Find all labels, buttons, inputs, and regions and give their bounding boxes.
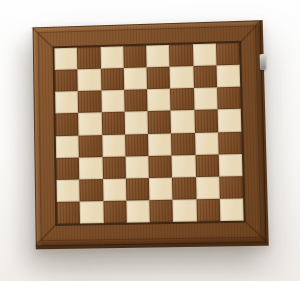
square-b8 (77, 47, 100, 69)
square-g7 (193, 65, 217, 88)
square-a8 (54, 48, 77, 70)
square-c7 (101, 68, 124, 91)
square-f5 (171, 110, 195, 133)
square-a1 (57, 201, 80, 224)
square-c2 (103, 178, 127, 201)
square-d7 (124, 67, 148, 90)
square-h8 (216, 43, 240, 66)
square-b1 (80, 201, 103, 224)
square-b3 (79, 157, 102, 180)
square-a2 (56, 179, 79, 202)
square-c6 (101, 90, 124, 113)
square-a7 (55, 69, 78, 91)
square-e3 (148, 155, 172, 178)
square-f7 (170, 66, 194, 89)
square-g6 (193, 88, 217, 111)
square-e4 (148, 133, 172, 156)
product-photo-scene (0, 0, 300, 281)
square-f2 (172, 177, 196, 200)
square-g4 (195, 132, 219, 155)
chess-board (33, 20, 269, 249)
square-e1 (149, 200, 173, 223)
board-grid (52, 41, 245, 226)
square-d6 (124, 89, 148, 112)
board-frame (33, 20, 267, 246)
square-e6 (147, 89, 171, 112)
square-c1 (103, 200, 127, 223)
square-d2 (126, 178, 150, 201)
square-h1 (220, 198, 244, 221)
square-a3 (56, 157, 79, 180)
square-c3 (102, 156, 126, 179)
square-h5 (217, 109, 241, 132)
square-g2 (196, 176, 220, 199)
square-f3 (172, 155, 196, 178)
square-c5 (101, 112, 124, 135)
square-e5 (148, 111, 172, 134)
square-g5 (194, 110, 218, 133)
square-d4 (125, 134, 149, 157)
square-e8 (146, 45, 170, 68)
square-e2 (149, 177, 173, 200)
square-a4 (56, 135, 79, 158)
square-b2 (79, 179, 102, 202)
square-a6 (55, 91, 78, 113)
frame-miter-joint-top-left (32, 27, 54, 48)
square-h4 (218, 131, 242, 154)
square-b5 (78, 113, 101, 136)
frame-miter-joint-bottom-right (244, 221, 267, 243)
square-f6 (170, 88, 194, 111)
square-d8 (123, 46, 147, 69)
square-h6 (217, 87, 241, 110)
square-b4 (79, 135, 102, 158)
frame-miter-joint-top-right (240, 20, 262, 42)
square-e7 (147, 67, 171, 90)
square-c8 (100, 46, 123, 69)
square-h3 (218, 154, 242, 177)
square-h2 (219, 176, 243, 199)
square-g1 (196, 199, 220, 222)
square-d3 (125, 156, 149, 179)
metal-clasp (260, 54, 266, 70)
square-d1 (126, 200, 150, 223)
square-h7 (216, 65, 240, 88)
square-a5 (55, 113, 78, 136)
frame-miter-joint-bottom-left (35, 224, 56, 246)
square-f4 (171, 132, 195, 155)
square-g3 (195, 154, 219, 177)
square-g8 (192, 43, 216, 66)
square-d5 (124, 111, 148, 134)
square-b6 (78, 91, 101, 114)
square-c4 (102, 134, 126, 157)
square-f1 (173, 199, 197, 222)
square-f8 (169, 44, 193, 67)
square-b7 (78, 69, 101, 92)
